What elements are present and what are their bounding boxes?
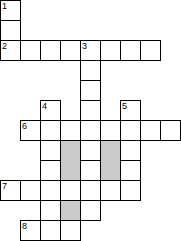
crossword-cell-r9-c3[interactable] [60, 180, 81, 201]
crossword-cell-r2-c6[interactable] [120, 40, 141, 61]
crossword-cell-r9-c5[interactable] [100, 180, 121, 201]
crossword-cell-r9-c0[interactable] [0, 180, 21, 201]
crossword-cell-r11-c3[interactable] [60, 220, 81, 241]
crossword-cell-r2-c4[interactable] [80, 40, 101, 61]
crossword-cell-r6-c8[interactable] [160, 120, 181, 141]
crossword-cell-r2-c7[interactable] [140, 40, 161, 61]
crossword-cell-r2-c1[interactable] [20, 40, 41, 61]
crossword-cell-r0-c0[interactable] [0, 0, 21, 21]
crossword-cell-r7-c6[interactable] [120, 140, 141, 161]
crossword-grid: 12345678 [0, 0, 181, 241]
crossword-cell-r2-c5[interactable] [100, 40, 121, 61]
crossword-cell-r5-c4[interactable] [80, 100, 101, 121]
crossword-cell-r11-c1[interactable] [20, 220, 41, 241]
crossword-cell-r9-c1[interactable] [20, 180, 41, 201]
crossword-cell-r1-c0[interactable] [0, 20, 21, 41]
crossword-cell-r3-c4[interactable] [80, 60, 101, 81]
crossword-cell-r10-c4[interactable] [80, 200, 101, 221]
shaded-cell-r10-c3 [60, 200, 81, 221]
crossword-cell-r6-c2[interactable] [40, 120, 61, 141]
shaded-cell-r7-c3 [60, 140, 81, 181]
crossword-cell-r9-c2[interactable] [40, 180, 61, 201]
crossword-cell-r6-c4[interactable] [80, 120, 101, 141]
crossword-cell-r7-c4[interactable] [80, 140, 101, 161]
shaded-cell-r7-c5 [100, 140, 121, 181]
crossword-cell-r8-c4[interactable] [80, 160, 101, 181]
crossword-cell-r4-c4[interactable] [80, 80, 101, 101]
crossword-cell-r9-c6[interactable] [120, 180, 141, 201]
crossword-cell-r11-c2[interactable] [40, 220, 61, 241]
crossword-cell-r8-c2[interactable] [40, 160, 61, 181]
crossword-cell-r10-c2[interactable] [40, 200, 61, 221]
crossword-cell-r6-c6[interactable] [120, 120, 141, 141]
crossword-cell-r5-c2[interactable] [40, 100, 61, 121]
crossword-cell-r6-c1[interactable] [20, 120, 41, 141]
crossword-cell-r6-c5[interactable] [100, 120, 121, 141]
crossword-cell-r6-c3[interactable] [60, 120, 81, 141]
crossword-cell-r9-c4[interactable] [80, 180, 101, 201]
crossword-cell-r6-c7[interactable] [140, 120, 161, 141]
crossword-cell-r2-c3[interactable] [60, 40, 81, 61]
crossword-cell-r7-c2[interactable] [40, 140, 61, 161]
crossword-cell-r8-c6[interactable] [120, 160, 141, 181]
crossword-cell-r5-c6[interactable] [120, 100, 141, 121]
crossword-cell-r2-c0[interactable] [0, 40, 21, 61]
crossword-cell-r2-c2[interactable] [40, 40, 61, 61]
